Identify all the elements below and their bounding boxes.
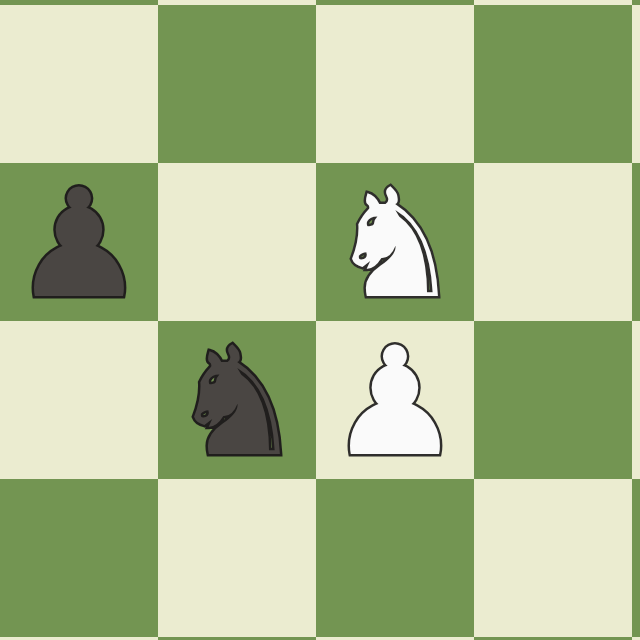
board-square[interactable]: ♞ bbox=[316, 163, 474, 321]
board-square[interactable]: ♟ bbox=[316, 321, 474, 479]
black-pawn[interactable]: ♟ bbox=[12, 169, 146, 319]
board-square-sliver bbox=[632, 479, 640, 637]
board-square[interactable]: ♞ bbox=[158, 321, 316, 479]
board-square[interactable] bbox=[474, 163, 632, 321]
board-square[interactable]: ♟ bbox=[0, 163, 158, 321]
board-square-sliver bbox=[632, 163, 640, 321]
white-pawn[interactable]: ♟ bbox=[328, 327, 462, 477]
board-square-sliver bbox=[632, 321, 640, 479]
board-square[interactable] bbox=[0, 5, 158, 163]
board-square[interactable] bbox=[316, 5, 474, 163]
chess-board: ♟♞♞♟ bbox=[0, 0, 640, 640]
white-knight[interactable]: ♞ bbox=[328, 169, 462, 319]
board-square[interactable] bbox=[158, 163, 316, 321]
board-square[interactable] bbox=[158, 5, 316, 163]
board-square[interactable] bbox=[158, 479, 316, 637]
board-square[interactable] bbox=[474, 321, 632, 479]
board-square[interactable] bbox=[0, 479, 158, 637]
black-knight[interactable]: ♞ bbox=[170, 327, 304, 477]
board-square[interactable] bbox=[474, 5, 632, 163]
board-square[interactable] bbox=[474, 479, 632, 637]
board-square[interactable] bbox=[316, 479, 474, 637]
board-square[interactable] bbox=[0, 321, 158, 479]
board-square-sliver bbox=[632, 5, 640, 163]
